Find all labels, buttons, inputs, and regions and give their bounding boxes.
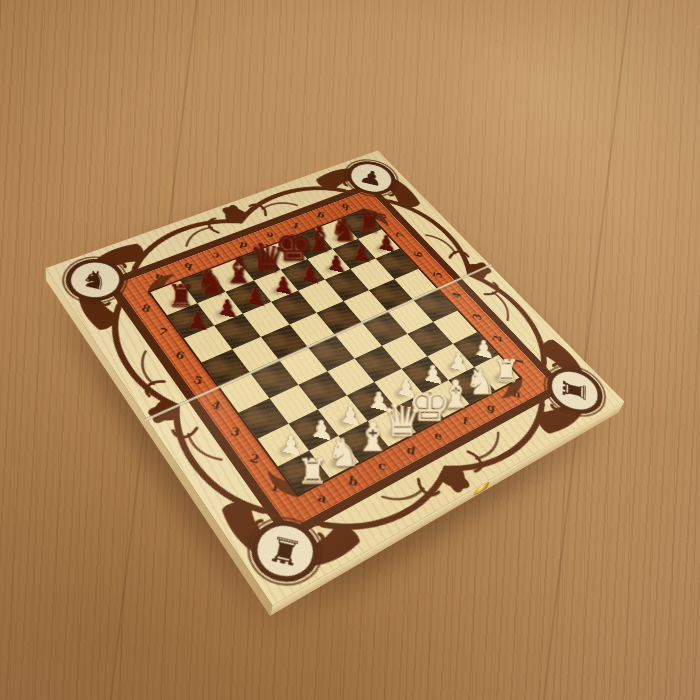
- knight-medallion-icon: ♞: [75, 264, 115, 296]
- black-pawn-icon: ♟: [215, 297, 238, 322]
- chess-board-box: 87654321 87654321 abcdefgh abcdefgh: [46, 150, 625, 605]
- board-top: 87654321 87654321 abcdefgh abcdefgh: [46, 150, 625, 605]
- black-pawn-icon: ♟: [185, 309, 209, 334]
- white-rook-icon: ♜: [297, 455, 328, 488]
- wood-floor: 87654321 87654321 abcdefgh abcdefgh: [0, 0, 700, 700]
